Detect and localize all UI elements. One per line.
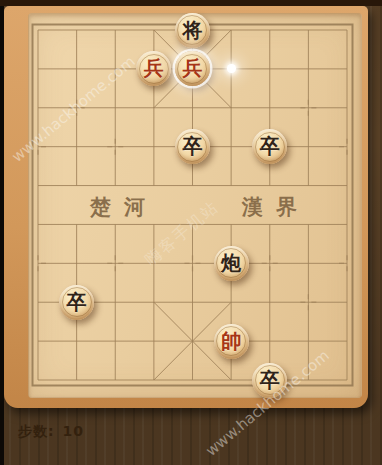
step-counter: 步数:10	[18, 423, 84, 441]
piece-red-soldier-2[interactable]: 兵	[175, 51, 210, 86]
step-counter-value: 10	[63, 423, 84, 439]
piece-black-soldier-3[interactable]: 卒	[59, 285, 94, 320]
piece-black-general[interactable]: 将	[175, 13, 210, 48]
top-bar	[0, 0, 382, 6]
piece-black-soldier-4[interactable]: 卒	[252, 363, 287, 398]
xiangqi-game-screen: 楚河 漢界 将兵兵卒卒炮卒帥卒 步数:10 www.hackhome.com 嗨…	[0, 0, 382, 465]
piece-red-soldier-1[interactable]: 兵	[136, 51, 171, 86]
piece-black-soldier-2[interactable]: 卒	[252, 129, 287, 164]
piece-red-general[interactable]: 帥	[214, 324, 249, 359]
piece-black-cannon[interactable]: 炮	[214, 246, 249, 281]
piece-black-soldier-1[interactable]: 卒	[175, 129, 210, 164]
move-indicator-dot[interactable]	[227, 64, 236, 73]
left-edge-strip	[0, 6, 4, 465]
pieces-grid[interactable]: 将兵兵卒卒炮卒帥卒	[19, 11, 367, 400]
step-counter-label: 步数:	[18, 423, 55, 439]
